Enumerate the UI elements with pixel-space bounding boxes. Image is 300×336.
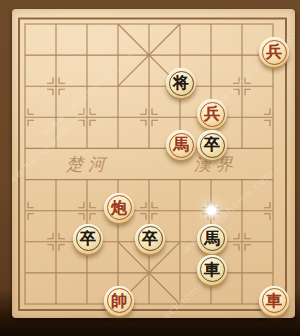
- piece-red-soldier-g4[interactable]: 兵: [197, 99, 227, 129]
- piece-glyph: 将: [173, 75, 189, 91]
- piece-red-soldier-i2[interactable]: 兵: [259, 37, 289, 67]
- piece-black-soldier-g5[interactable]: 卒: [197, 130, 227, 160]
- piece-glyph: 炮: [111, 200, 127, 216]
- piece-red-cannon[interactable]: 炮: [104, 193, 134, 223]
- piece-glyph: 卒: [204, 137, 220, 153]
- piece-glyph: 兵: [204, 106, 220, 122]
- piece-glyph: 卒: [80, 231, 96, 247]
- piece-red-chariot[interactable]: 車: [259, 286, 289, 316]
- app-frame: 楚河 漢界 www.hackhome.com www.hackhome.com …: [0, 0, 300, 336]
- piece-red-general[interactable]: 帥: [104, 286, 134, 316]
- piece-black-soldier-c8[interactable]: 卒: [73, 224, 103, 254]
- piece-glyph: 馬: [173, 137, 189, 153]
- piece-grid: 兵将兵馬卒炮卒卒馬車帥車: [10, 8, 289, 320]
- piece-glyph: 車: [266, 293, 282, 309]
- piece-glyph: 帥: [111, 293, 127, 309]
- piece-black-general[interactable]: 将: [166, 68, 196, 98]
- piece-glyph: 卒: [142, 231, 158, 247]
- piece-red-horse[interactable]: 馬: [166, 130, 196, 160]
- piece-black-chariot[interactable]: 車: [197, 255, 227, 285]
- piece-black-soldier-e8[interactable]: 卒: [135, 224, 165, 254]
- piece-glyph: 兵: [266, 44, 282, 60]
- piece-glyph: 馬: [204, 231, 220, 247]
- piece-black-horse[interactable]: 馬: [197, 224, 227, 254]
- piece-glyph: 車: [204, 262, 220, 278]
